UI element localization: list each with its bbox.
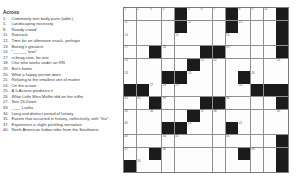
grid-cell[interactable] [187, 84, 199, 96]
grid-cell[interactable]: 29 [175, 84, 187, 96]
cell-number: 2 [137, 8, 139, 11]
grid-cell[interactable]: 20 [124, 59, 136, 71]
grid-cell[interactable]: 48 [162, 148, 174, 160]
grid-cell[interactable]: 34 [226, 97, 238, 109]
grid-cell[interactable] [251, 21, 263, 33]
grid-cell[interactable]: 21 [200, 59, 212, 71]
cell-number: 34 [226, 97, 229, 100]
grid-cell[interactable] [213, 21, 225, 33]
grid-cell[interactable]: 11 [124, 21, 136, 33]
black-cell [200, 97, 212, 109]
cell-number: 47 [125, 148, 128, 151]
grid-cell[interactable] [137, 33, 149, 45]
grid-cell[interactable] [264, 122, 276, 134]
grid-cell[interactable] [264, 59, 276, 71]
grid-cell[interactable] [226, 148, 238, 160]
grid-cell[interactable]: 16 [226, 33, 238, 45]
grid-cell[interactable] [264, 33, 276, 45]
grid-cell[interactable]: 2 [137, 8, 149, 20]
grid-cell[interactable]: 37 [200, 110, 212, 122]
grid-cell[interactable]: 23 [276, 59, 288, 71]
grid-cell[interactable]: 19 [226, 46, 238, 58]
cell-number: 1 [125, 8, 127, 11]
grid-cell[interactable] [238, 97, 250, 109]
grid-cell[interactable] [200, 33, 212, 45]
grid-cell[interactable] [226, 71, 238, 83]
grid-cell[interactable]: 41 [187, 122, 199, 134]
black-cell [264, 84, 276, 96]
cell-number: 25 [188, 72, 191, 75]
grid-cell[interactable] [137, 122, 149, 134]
black-cell [276, 33, 288, 45]
grid-cell[interactable] [149, 122, 161, 134]
cell-number: 20 [125, 59, 128, 62]
grid-cell[interactable] [187, 160, 199, 172]
grid-cell[interactable]: 25 [187, 71, 199, 83]
grid-cell[interactable]: 6 [200, 8, 212, 20]
cell-number: 33 [163, 97, 166, 100]
cell-number: 37 [201, 110, 204, 113]
cell-number: 9 [251, 8, 253, 11]
grid-cell[interactable] [137, 135, 149, 147]
black-cell [124, 160, 136, 172]
cell-number: 3 [150, 8, 152, 11]
cell-number: 41 [188, 122, 191, 125]
grid-cell[interactable] [175, 59, 187, 71]
grid-cell[interactable]: 42 [238, 122, 250, 134]
grid-cell[interactable]: 30 [238, 84, 250, 96]
across-header: Across [3, 10, 121, 16]
grid-cell[interactable] [137, 59, 149, 71]
grid-cell[interactable] [187, 46, 199, 58]
black-cell [187, 59, 199, 71]
cell-number: 8 [239, 8, 241, 11]
grid-cell[interactable]: 28 [162, 84, 174, 96]
cell-number: 5 [188, 8, 190, 11]
grid-cell[interactable] [137, 148, 149, 160]
grid-cell[interactable] [264, 148, 276, 160]
grid-cell[interactable] [149, 160, 161, 172]
grid-cell[interactable]: 9 [251, 8, 263, 20]
grid-cell[interactable] [264, 97, 276, 109]
grid-cell[interactable] [213, 160, 225, 172]
grid-cell[interactable] [213, 84, 225, 96]
black-cell [276, 97, 288, 109]
grid-cell[interactable]: 49 [251, 148, 263, 160]
grid-cell[interactable] [149, 33, 161, 45]
grid-cell[interactable] [162, 59, 174, 71]
grid-cell[interactable] [276, 71, 288, 83]
black-cell [162, 71, 174, 83]
grid-cell[interactable] [251, 110, 263, 122]
grid-cell[interactable] [175, 97, 187, 109]
grid-cell[interactable] [175, 46, 187, 58]
cell-number: 46 [226, 135, 229, 138]
cell-number: 6 [201, 8, 203, 11]
cell-number: 7 [213, 8, 215, 11]
across-clues-panel: Across 1.Commonly torn body parts (abbr.… [3, 10, 121, 134]
grid-cell[interactable] [226, 59, 238, 71]
cell-number: 36 [150, 110, 153, 113]
black-cell [124, 84, 136, 96]
cell-number: 28 [163, 84, 166, 87]
black-cell [213, 46, 225, 58]
grid-cell[interactable] [149, 135, 161, 147]
grid-cell[interactable] [251, 160, 263, 172]
grid-cell[interactable] [251, 97, 263, 109]
grid-cell[interactable] [175, 110, 187, 122]
grid-cell[interactable]: 12 [187, 21, 199, 33]
grid-cell[interactable]: 35 [124, 110, 136, 122]
black-cell [276, 84, 288, 96]
cell-number: 38 [213, 110, 216, 113]
cell-number: 30 [239, 84, 242, 87]
black-cell [149, 97, 161, 109]
black-cell [276, 46, 288, 58]
grid-cell[interactable]: 14 [124, 33, 136, 45]
grid-cell[interactable]: 31 [124, 97, 136, 109]
grid-cell[interactable] [238, 33, 250, 45]
grid-cell[interactable] [264, 71, 276, 83]
grid-cell[interactable] [175, 160, 187, 172]
grid-cell[interactable] [251, 59, 263, 71]
grid-cell[interactable]: 32 [137, 97, 149, 109]
cell-number: 40 [125, 122, 128, 125]
black-cell [226, 21, 238, 33]
grid-cell[interactable] [187, 97, 199, 109]
grid-cell[interactable]: 27 [149, 84, 161, 96]
crossword-grid: 1234567891011121314151617181920212223242… [123, 7, 289, 173]
grid-cell[interactable] [187, 33, 199, 45]
grid-cell[interactable] [200, 21, 212, 33]
black-cell [200, 46, 212, 58]
black-cell [149, 148, 161, 160]
cell-number: 45 [175, 135, 178, 138]
grid-cell[interactable] [264, 46, 276, 58]
grid-cell[interactable]: 1 [124, 8, 136, 20]
grid-cell[interactable] [264, 160, 276, 172]
black-cell [175, 71, 187, 83]
black-cell [149, 46, 161, 58]
grid-cell[interactable]: 38 [213, 110, 225, 122]
black-cell [187, 110, 199, 122]
grid-cell[interactable] [213, 71, 225, 83]
grid-cell[interactable] [238, 135, 250, 147]
grid-cell[interactable] [213, 122, 225, 134]
grid-cell[interactable] [149, 71, 161, 83]
grid-cell[interactable]: 24 [124, 71, 136, 83]
black-cell [226, 8, 238, 20]
cell-number: 14 [125, 34, 128, 37]
grid-cell[interactable] [137, 110, 149, 122]
cell-number: 22 [213, 59, 216, 62]
grid-cell[interactable] [137, 21, 149, 33]
cell-number: 29 [175, 84, 178, 87]
grid-cell[interactable]: 5 [187, 8, 199, 20]
grid-cell[interactable] [162, 33, 174, 45]
grid-cell[interactable] [264, 21, 276, 33]
cell-number: 21 [201, 59, 204, 62]
black-cell [238, 148, 250, 160]
black-cell [175, 21, 187, 33]
grid-cell[interactable]: 45 [175, 135, 187, 147]
grid-cell[interactable] [162, 110, 174, 122]
grid-cell[interactable]: 40 [124, 122, 136, 134]
black-cell [238, 71, 250, 83]
black-cell [276, 21, 288, 33]
grid-cell[interactable] [200, 122, 212, 134]
grid-cell[interactable] [200, 135, 212, 147]
black-cell [251, 84, 263, 96]
grid-cell[interactable] [251, 135, 263, 147]
grid-cell[interactable]: 26 [251, 71, 263, 83]
grid-cell[interactable]: 43 [124, 135, 136, 147]
grid-cell[interactable]: 7 [213, 8, 225, 20]
grid-cell[interactable]: 8 [238, 8, 250, 20]
cell-number: 43 [125, 135, 128, 138]
grid-cell[interactable]: 17 [124, 46, 136, 58]
grid-cell[interactable] [226, 84, 238, 96]
across-clue: 40.North American Indian tribe from the … [3, 128, 121, 133]
grid-cell[interactable] [264, 110, 276, 122]
grid-cell[interactable] [264, 135, 276, 147]
cell-number: 31 [125, 97, 128, 100]
black-cell [175, 122, 187, 134]
cell-number: 18 [163, 46, 166, 49]
cell-number: 17 [125, 46, 128, 49]
grid-cell[interactable] [162, 21, 174, 33]
black-cell [276, 8, 288, 20]
grid-cell[interactable] [149, 59, 161, 71]
grid-cell[interactable] [226, 110, 238, 122]
grid-cell[interactable]: 13 [238, 21, 250, 33]
cell-number: 16 [226, 34, 229, 37]
grid-cell[interactable]: 10 [264, 8, 276, 20]
grid-cell[interactable] [213, 33, 225, 45]
black-cell [276, 135, 288, 147]
grid-cell[interactable] [251, 122, 263, 134]
black-cell [137, 84, 149, 96]
black-cell [162, 122, 174, 134]
grid-cell[interactable] [238, 110, 250, 122]
grid-cell[interactable] [175, 148, 187, 160]
cell-number: 10 [264, 8, 267, 11]
grid-cell[interactable] [213, 148, 225, 160]
grid-cell[interactable] [238, 46, 250, 58]
grid-cell[interactable]: 47 [124, 148, 136, 160]
across-clue-list: 1.Commonly torn body parts (abbr.)5.Land… [3, 17, 121, 133]
grid-cell[interactable] [226, 160, 238, 172]
black-cell [175, 8, 187, 20]
black-cell [213, 97, 225, 109]
cell-number: 48 [163, 148, 166, 151]
grid-cell[interactable]: 50 [137, 160, 149, 172]
grid-cell[interactable] [200, 160, 212, 172]
cell-number: 15 [175, 34, 178, 37]
grid-cell[interactable] [137, 46, 149, 58]
clue-text: North American Indian tribe from the Sou… [12, 128, 122, 133]
grid-cell[interactable] [200, 71, 212, 83]
clue-number: 40. [3, 128, 12, 133]
grid-cell[interactable]: 39 [276, 110, 288, 122]
grid-cell[interactable]: 18 [162, 46, 174, 58]
grid-cell[interactable]: 44 [162, 135, 174, 147]
grid-cell[interactable]: 33 [162, 97, 174, 109]
grid-cell[interactable]: 4 [162, 8, 174, 20]
black-cell [276, 160, 288, 172]
grid-cell[interactable] [213, 135, 225, 147]
cell-number: 13 [239, 21, 242, 24]
cell-number: 42 [239, 122, 242, 125]
grid-cell[interactable]: 22 [213, 59, 225, 71]
cell-number: 44 [163, 135, 166, 138]
cell-number: 4 [163, 8, 165, 11]
grid-cell[interactable]: 46 [226, 135, 238, 147]
cell-number: 23 [277, 59, 280, 62]
grid-cell[interactable] [162, 160, 174, 172]
cell-number: 19 [226, 46, 229, 49]
cell-number: 32 [137, 97, 140, 100]
black-cell [276, 148, 288, 160]
cell-number: 12 [188, 21, 191, 24]
grid-cell[interactable] [276, 122, 288, 134]
grid-cell[interactable] [137, 71, 149, 83]
cell-number: 27 [150, 84, 153, 87]
cell-number: 39 [277, 110, 280, 113]
grid-cell[interactable] [238, 59, 250, 71]
grid-cell[interactable]: 3 [149, 8, 161, 20]
cell-number: 49 [251, 148, 254, 151]
grid-cell[interactable] [200, 84, 212, 96]
cell-number: 35 [125, 110, 128, 113]
cell-number: 11 [125, 21, 128, 24]
cell-number: 24 [125, 72, 128, 75]
grid-cell[interactable] [187, 135, 199, 147]
cell-number: 26 [251, 72, 254, 75]
grid-cell[interactable] [238, 160, 250, 172]
grid-cell[interactable] [251, 46, 263, 58]
grid-cell[interactable] [200, 148, 212, 160]
grid-cell[interactable] [251, 33, 263, 45]
grid-cell[interactable] [187, 148, 199, 160]
black-cell [226, 122, 238, 134]
grid-cell[interactable]: 15 [175, 33, 187, 45]
grid-cell[interactable]: 36 [149, 110, 161, 122]
cell-number: 50 [137, 160, 140, 163]
grid-cell[interactable] [149, 21, 161, 33]
